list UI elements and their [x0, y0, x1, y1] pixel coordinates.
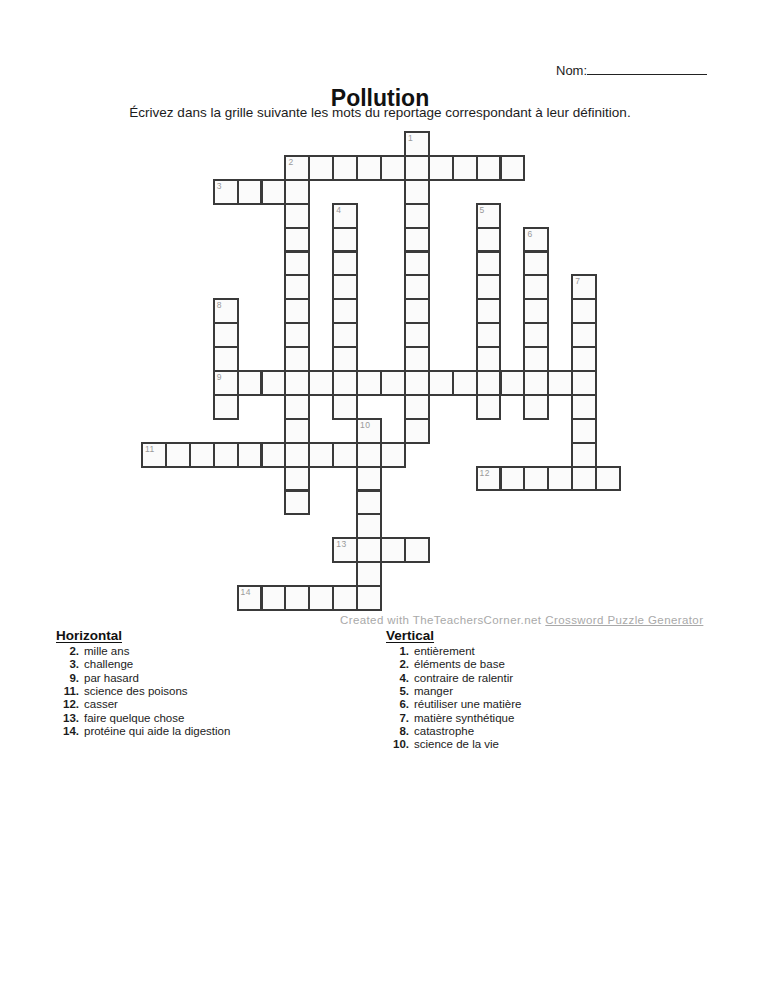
grid-clue-number-14: 14 [241, 588, 251, 597]
clue-item-number: 9. [56, 672, 79, 685]
across-heading: Horizontal [56, 628, 230, 643]
clue-item-number: 4. [386, 672, 409, 685]
grid-cell[interactable] [571, 298, 597, 324]
clue-item-number: 2. [56, 645, 79, 658]
grid-cell[interactable] [571, 322, 597, 348]
clue-item-text: faire quelque chose [84, 712, 184, 725]
grid-cell[interactable] [332, 274, 358, 300]
grid-cell[interactable] [165, 442, 191, 468]
grid-cell[interactable] [356, 370, 382, 396]
clue-item: 11.science des poisons [56, 685, 230, 698]
clue-item-number: 2. [386, 658, 409, 671]
grid-cell[interactable] [356, 490, 382, 516]
down-clue-list: 1.entièrement2.éléments de base4.contrai… [386, 645, 521, 752]
grid-cell[interactable] [571, 394, 597, 420]
clue-item-text: par hasard [84, 672, 139, 685]
grid-cell[interactable] [284, 298, 310, 324]
grid-cell[interactable] [404, 251, 430, 277]
grid-cell[interactable] [523, 274, 549, 300]
clue-item: 1.entièrement [386, 645, 521, 658]
grid-cell[interactable] [284, 227, 310, 253]
grid-cell[interactable] [500, 370, 526, 396]
clue-item-number: 7. [386, 712, 409, 725]
grid-cell[interactable] [308, 370, 334, 396]
grid-clue-number-10: 10 [360, 421, 370, 430]
grid-cell[interactable] [404, 155, 430, 181]
grid-cell[interactable] [523, 466, 549, 492]
grid-cell[interactable] [571, 442, 597, 468]
grid-cell[interactable] [284, 322, 310, 348]
grid-clue-number-6: 6 [527, 230, 532, 239]
grid-cell[interactable] [308, 442, 334, 468]
grid-cell[interactable] [237, 442, 263, 468]
grid-cell[interactable] [261, 442, 287, 468]
grid-clue-number-8: 8 [217, 301, 222, 310]
grid-cell[interactable] [380, 442, 406, 468]
grid-cell[interactable] [380, 370, 406, 396]
grid-cell[interactable] [332, 322, 358, 348]
grid-cell[interactable] [476, 227, 502, 253]
grid-cell[interactable] [284, 203, 310, 229]
grid-cell[interactable] [476, 298, 502, 324]
grid-cell[interactable] [404, 274, 430, 300]
grid-cell[interactable] [404, 370, 430, 396]
clue-item-text: catastrophe [414, 725, 474, 738]
grid-cell[interactable] [523, 394, 549, 420]
clue-item: 14.protéine qui aide la digestion [56, 725, 230, 738]
grid-cell[interactable] [428, 370, 454, 396]
clue-item-text: contraire de ralentir [414, 672, 513, 685]
across-clues-section: Horizontal 2.mille ans3.challenge9.par h… [56, 628, 230, 738]
clue-item-number: 3. [56, 658, 79, 671]
grid-cell[interactable] [308, 155, 334, 181]
grid-cell[interactable] [523, 322, 549, 348]
generator-credit: Created with TheTeachersCorner.netCrossw… [340, 614, 703, 627]
grid-cell[interactable] [404, 394, 430, 420]
grid-cell[interactable] [284, 394, 310, 420]
grid-clue-number-2: 2 [288, 158, 293, 167]
grid-cell[interactable] [571, 418, 597, 444]
grid-cell[interactable] [404, 322, 430, 348]
clue-item-text: entièrement [414, 645, 475, 658]
clue-item: 2.mille ans [56, 645, 230, 658]
grid-cell[interactable] [284, 370, 310, 396]
clue-item-text: protéine qui aide la digestion [84, 725, 230, 738]
clue-item: 3.challenge [56, 658, 230, 671]
grid-cell[interactable] [332, 442, 358, 468]
grid-clue-number-1: 1 [408, 134, 413, 143]
grid-cell[interactable] [332, 585, 358, 611]
grid-cell[interactable] [404, 346, 430, 372]
grid-cell[interactable] [284, 490, 310, 516]
grid-cell[interactable] [284, 251, 310, 277]
grid-cell[interactable] [284, 346, 310, 372]
grid-cell[interactable] [476, 155, 502, 181]
clue-item-number: 13. [56, 712, 79, 725]
grid-cell[interactable] [284, 585, 310, 611]
grid-cell[interactable] [356, 561, 382, 587]
grid-cell[interactable] [595, 466, 621, 492]
clue-item: 6.réutiliser une matière [386, 698, 521, 711]
name-row: Nom: [556, 61, 707, 79]
name-blank-line[interactable] [587, 61, 707, 75]
grid-cell[interactable] [356, 466, 382, 492]
grid-cell[interactable] [476, 274, 502, 300]
clue-item: 8.catastrophe [386, 725, 521, 738]
grid-cell[interactable] [261, 585, 287, 611]
clue-item-number: 1. [386, 645, 409, 658]
clue-item: 7.matière synthétique [386, 712, 521, 725]
grid-cell[interactable] [523, 370, 549, 396]
grid-clue-number-3: 3 [217, 182, 222, 191]
clue-item: 13.faire quelque chose [56, 712, 230, 725]
clue-item: 10.science de la vie [386, 738, 521, 751]
grid-cell[interactable] [404, 298, 430, 324]
grid-cell[interactable] [452, 155, 478, 181]
grid-cell[interactable] [571, 370, 597, 396]
grid-cell[interactable] [332, 155, 358, 181]
grid-cell[interactable] [284, 274, 310, 300]
down-heading: Vertical [386, 628, 521, 643]
grid-cell[interactable] [356, 155, 382, 181]
grid-cell[interactable] [213, 394, 239, 420]
grid-cell[interactable] [523, 251, 549, 277]
grid-cell[interactable] [380, 155, 406, 181]
grid-cell[interactable] [332, 251, 358, 277]
grid-cell[interactable] [308, 585, 334, 611]
grid-cell[interactable] [213, 322, 239, 348]
clue-item: 9.par hasard [56, 672, 230, 685]
clue-item-text: mille ans [84, 645, 129, 658]
grid-cell[interactable] [284, 179, 310, 205]
grid-cell[interactable] [404, 227, 430, 253]
credit-text: Created with TheTeachersCorner.net [340, 614, 541, 626]
grid-cell[interactable] [500, 466, 526, 492]
across-clue-list: 2.mille ans3.challenge9.par hasard11.sci… [56, 645, 230, 738]
clue-item-number: 6. [386, 698, 409, 711]
grid-cell[interactable] [237, 179, 263, 205]
name-label: Nom: [556, 63, 587, 78]
generator-link[interactable]: Crossword Puzzle Generator [545, 614, 703, 626]
instructions-text: Écrivez dans la grille suivante les mots… [0, 104, 760, 121]
grid-cell[interactable] [237, 370, 263, 396]
grid-cell[interactable] [452, 370, 478, 396]
grid-cell[interactable] [404, 537, 430, 563]
grid-cell[interactable] [356, 537, 382, 563]
grid-cell[interactable] [261, 179, 287, 205]
worksheet-page: Nom: Pollution Écrivez dans la grille su… [0, 0, 760, 983]
clue-item: 4.contraire de ralentir [386, 672, 521, 685]
clue-item-number: 12. [56, 698, 79, 711]
grid-clue-number-9: 9 [217, 373, 222, 382]
grid-cell[interactable] [332, 346, 358, 372]
grid-clue-number-5: 5 [480, 206, 485, 215]
grid-cell[interactable] [571, 346, 597, 372]
grid-cell[interactable] [284, 442, 310, 468]
grid-clue-number-13: 13 [336, 540, 346, 549]
clue-item-text: éléments de base [414, 658, 505, 671]
grid-cell[interactable] [523, 298, 549, 324]
grid-cell[interactable] [476, 370, 502, 396]
grid-clue-number-4: 4 [336, 206, 341, 215]
grid-clue-number-11: 11 [145, 445, 155, 454]
grid-cell[interactable] [404, 203, 430, 229]
grid-clue-number-7: 7 [575, 277, 580, 286]
grid-cell[interactable] [404, 179, 430, 205]
grid-cell[interactable] [547, 466, 573, 492]
grid-cell[interactable] [428, 155, 454, 181]
grid-cell[interactable] [476, 346, 502, 372]
clue-item-number: 5. [386, 685, 409, 698]
grid-cell[interactable] [356, 585, 382, 611]
crossword-grid: 1234567891011121314 [141, 131, 622, 612]
grid-cell[interactable] [284, 418, 310, 444]
grid-cell[interactable] [476, 394, 502, 420]
clue-item: 12.casser [56, 698, 230, 711]
grid-cell[interactable] [332, 370, 358, 396]
grid-cell[interactable] [356, 442, 382, 468]
grid-cell[interactable] [523, 346, 549, 372]
clue-item-number: 8. [386, 725, 409, 738]
clue-item-number: 10. [386, 738, 409, 751]
clue-item-text: science des poisons [84, 685, 188, 698]
grid-cell[interactable] [213, 346, 239, 372]
grid-cell[interactable] [476, 322, 502, 348]
clue-item-text: matière synthétique [414, 712, 514, 725]
clue-item-text: manger [414, 685, 453, 698]
grid-cell[interactable] [547, 370, 573, 396]
clue-item-text: science de la vie [414, 738, 499, 751]
clue-item: 2.éléments de base [386, 658, 521, 671]
clue-item-text: challenge [84, 658, 133, 671]
grid-cell[interactable] [500, 155, 526, 181]
grid-cell[interactable] [284, 466, 310, 492]
grid-cell[interactable] [356, 513, 382, 539]
grid-cell[interactable] [476, 251, 502, 277]
grid-cell[interactable] [571, 466, 597, 492]
clue-item-number: 11. [56, 685, 79, 698]
clue-item-number: 14. [56, 725, 79, 738]
grid-clue-number-12: 12 [480, 469, 490, 478]
grid-cell[interactable] [261, 370, 287, 396]
grid-cell[interactable] [332, 227, 358, 253]
grid-cell[interactable] [213, 442, 239, 468]
clue-item: 5.manger [386, 685, 521, 698]
grid-cell[interactable] [332, 298, 358, 324]
grid-cell[interactable] [332, 394, 358, 420]
clue-item-text: casser [84, 698, 118, 711]
grid-cell[interactable] [380, 537, 406, 563]
grid-cell[interactable] [189, 442, 215, 468]
down-clues-section: Vertical 1.entièrement2.éléments de base… [386, 628, 521, 752]
grid-cell[interactable] [404, 418, 430, 444]
clue-item-text: réutiliser une matière [414, 698, 521, 711]
